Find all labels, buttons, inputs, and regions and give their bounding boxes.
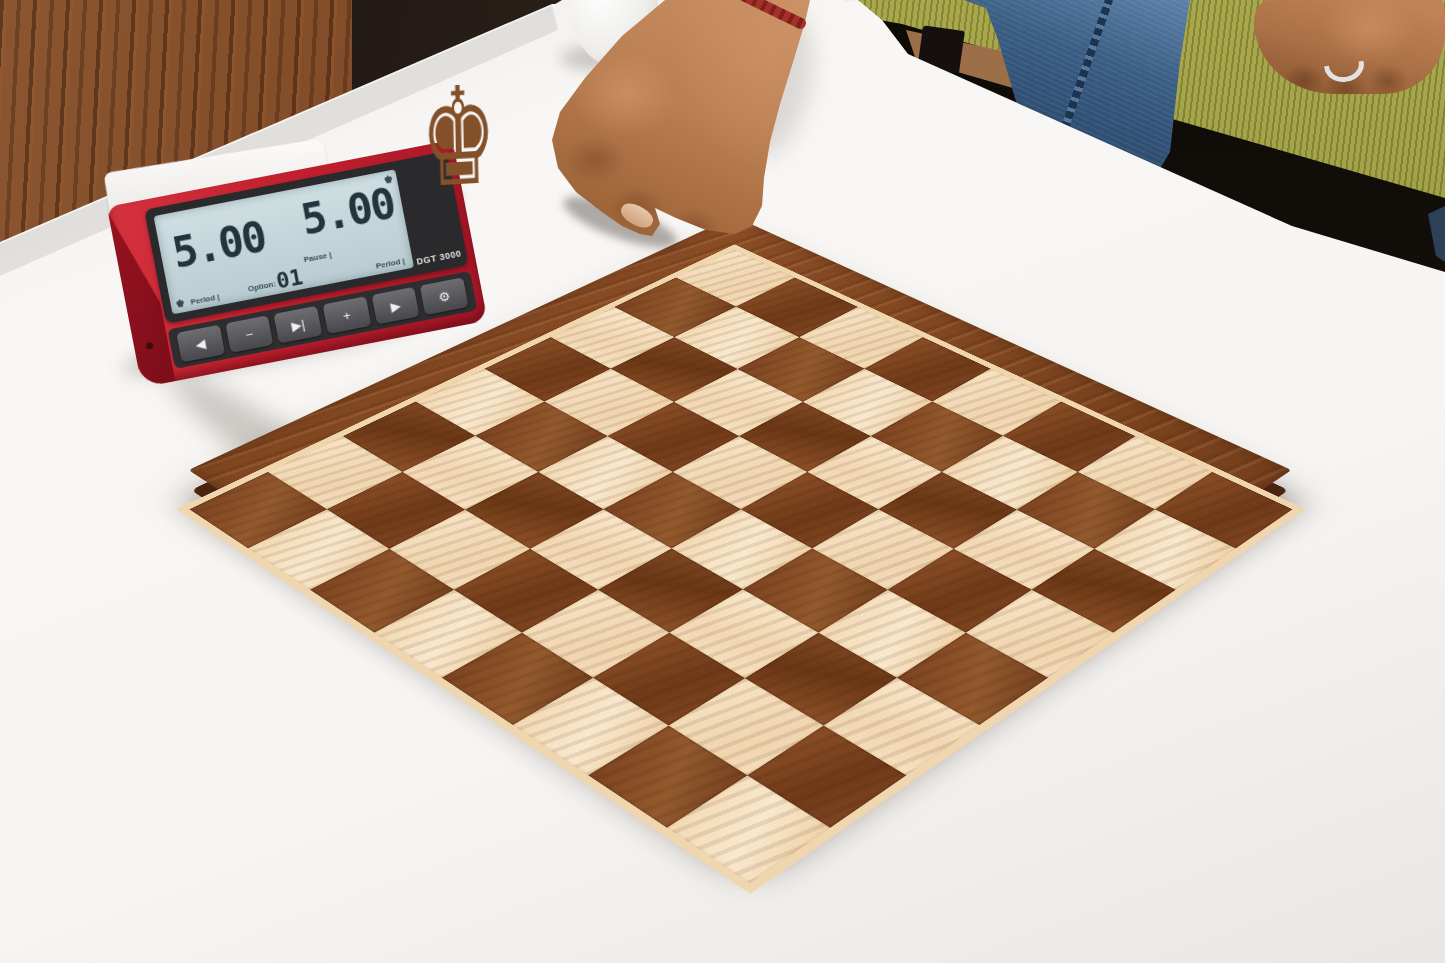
wooden-king-piece: ♚ [419,60,497,214]
clock-brand-label: DGT 3000 [416,248,463,267]
play-pause-button: ▶| [274,306,323,344]
settings-button: ⚙ [420,277,469,315]
photo-root: 5.00 5.00 01 ♚ Period | Option: Pause | … [0,0,1445,963]
option-label: Option: [247,279,277,293]
right-fist [1248,0,1445,100]
pause-label: Pause | [303,250,332,264]
left-player-time: 5.00 [168,212,269,278]
period-right-label: Period | [375,256,406,270]
king-icon: ♚ [175,297,186,310]
left-hand-and-arm [535,0,835,250]
king-icon: ♚ [383,173,394,186]
period-left-label: Period | [190,292,221,306]
minus-button: − [225,315,274,353]
back-button: ◀ [176,325,225,363]
option-number: 01 [274,264,305,294]
right-player-time: 5.00 [297,179,398,245]
play-button: ▶ [371,287,420,325]
plus-button: + [323,296,372,334]
